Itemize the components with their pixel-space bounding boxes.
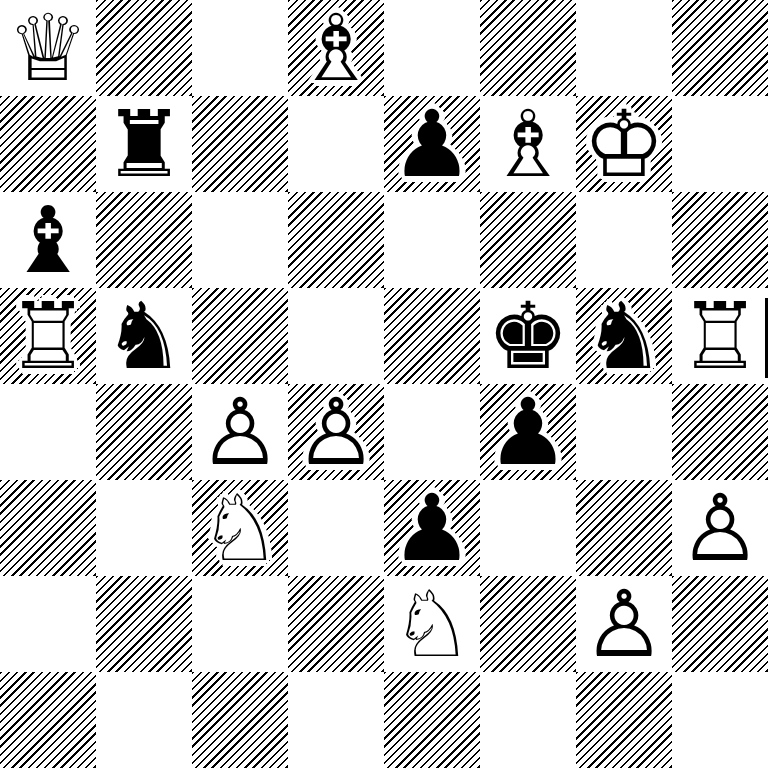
- square-f7[interactable]: ♝♗: [480, 96, 576, 192]
- square-h3[interactable]: ♟♙: [672, 480, 768, 576]
- square-c2[interactable]: [192, 576, 288, 672]
- square-c3[interactable]: ♞♘: [192, 480, 288, 576]
- square-d5[interactable]: [288, 288, 384, 384]
- square-d1[interactable]: [288, 672, 384, 768]
- piece-glyph: ♕: [0, 0, 96, 96]
- piece-white-rook: ♜♖: [672, 288, 768, 384]
- square-g2[interactable]: ♟♙: [576, 576, 672, 672]
- piece-white-pawn: ♟♙: [672, 480, 768, 576]
- square-d2[interactable]: [288, 576, 384, 672]
- piece-white-pawn: ♟♙: [192, 384, 288, 480]
- square-c5[interactable]: [192, 288, 288, 384]
- piece-glyph: ♗: [288, 0, 384, 96]
- square-g5[interactable]: ♞♞: [576, 288, 672, 384]
- square-e6[interactable]: [384, 192, 480, 288]
- square-c8[interactable]: [192, 0, 288, 96]
- square-e3[interactable]: ♟♟: [384, 480, 480, 576]
- square-d7[interactable]: [288, 96, 384, 192]
- piece-glyph: ♙: [576, 576, 672, 672]
- square-g8[interactable]: [576, 0, 672, 96]
- square-a2[interactable]: [0, 576, 96, 672]
- square-e5[interactable]: [384, 288, 480, 384]
- square-a3[interactable]: [0, 480, 96, 576]
- piece-glyph: ♟: [384, 480, 480, 576]
- piece-glyph: ♘: [384, 576, 480, 672]
- piece-black-bishop: ♝♝: [0, 192, 96, 288]
- piece-glyph: ♞: [576, 288, 672, 384]
- piece-white-bishop: ♝♗: [480, 96, 576, 192]
- piece-glyph: ♖: [0, 288, 96, 384]
- square-g6[interactable]: [576, 192, 672, 288]
- piece-glyph: ♗: [480, 96, 576, 192]
- square-d4[interactable]: ♟♙: [288, 384, 384, 480]
- square-f1[interactable]: [480, 672, 576, 768]
- square-b1[interactable]: [96, 672, 192, 768]
- piece-white-pawn: ♟♙: [576, 576, 672, 672]
- square-f3[interactable]: [480, 480, 576, 576]
- square-e4[interactable]: [384, 384, 480, 480]
- square-c6[interactable]: [192, 192, 288, 288]
- square-a5[interactable]: ♜♖: [0, 288, 96, 384]
- square-b6[interactable]: [96, 192, 192, 288]
- square-d6[interactable]: [288, 192, 384, 288]
- piece-glyph: ♞: [96, 288, 192, 384]
- piece-white-rook: ♜♖: [0, 288, 96, 384]
- piece-white-king: ♚♔: [576, 96, 672, 192]
- piece-glyph: ♙: [672, 480, 768, 576]
- square-b7[interactable]: ♜♜: [96, 96, 192, 192]
- piece-glyph: ♔: [576, 96, 672, 192]
- piece-white-pawn: ♟♙: [288, 384, 384, 480]
- piece-black-king: ♚♚: [480, 288, 576, 384]
- square-g4[interactable]: [576, 384, 672, 480]
- square-a7[interactable]: [0, 96, 96, 192]
- piece-white-bishop: ♝♗: [288, 0, 384, 96]
- square-b5[interactable]: ♞♞: [96, 288, 192, 384]
- square-g1[interactable]: [576, 672, 672, 768]
- piece-glyph: ♟: [384, 96, 480, 192]
- square-b4[interactable]: [96, 384, 192, 480]
- square-a4[interactable]: [0, 384, 96, 480]
- piece-white-knight: ♞♘: [192, 480, 288, 576]
- square-e2[interactable]: ♞♘: [384, 576, 480, 672]
- square-f8[interactable]: [480, 0, 576, 96]
- square-e8[interactable]: [384, 0, 480, 96]
- chess-board: ♛♕♝♗♜♜♟♟♝♗♚♔♝♝♜♖♞♞♚♚♞♞♜♖♟♙♟♙♟♟♞♘♟♟♟♙♞♘♟♙: [0, 0, 768, 768]
- square-f5[interactable]: ♚♚: [480, 288, 576, 384]
- square-b8[interactable]: [96, 0, 192, 96]
- piece-glyph: ♘: [192, 480, 288, 576]
- piece-glyph: ♝: [0, 192, 96, 288]
- square-h7[interactable]: [672, 96, 768, 192]
- square-f4[interactable]: ♟♟: [480, 384, 576, 480]
- square-h2[interactable]: [672, 576, 768, 672]
- piece-black-knight: ♞♞: [96, 288, 192, 384]
- square-h4[interactable]: [672, 384, 768, 480]
- piece-glyph: ♖: [672, 288, 768, 384]
- piece-black-pawn: ♟♟: [480, 384, 576, 480]
- square-h8[interactable]: [672, 0, 768, 96]
- square-d8[interactable]: ♝♗: [288, 0, 384, 96]
- square-b3[interactable]: [96, 480, 192, 576]
- piece-white-queen: ♛♕: [0, 0, 96, 96]
- square-c1[interactable]: [192, 672, 288, 768]
- square-d3[interactable]: [288, 480, 384, 576]
- square-f6[interactable]: [480, 192, 576, 288]
- piece-black-knight: ♞♞: [576, 288, 672, 384]
- piece-black-rook: ♜♜: [96, 96, 192, 192]
- piece-glyph: ♙: [288, 384, 384, 480]
- piece-glyph: ♟: [480, 384, 576, 480]
- square-e7[interactable]: ♟♟: [384, 96, 480, 192]
- piece-glyph: ♙: [192, 384, 288, 480]
- piece-glyph: ♚: [480, 288, 576, 384]
- square-a8[interactable]: ♛♕: [0, 0, 96, 96]
- square-e1[interactable]: [384, 672, 480, 768]
- piece-black-pawn: ♟♟: [384, 96, 480, 192]
- square-b2[interactable]: [96, 576, 192, 672]
- square-h6[interactable]: [672, 192, 768, 288]
- square-h5[interactable]: ♜♖: [672, 288, 768, 384]
- square-g7[interactable]: ♚♔: [576, 96, 672, 192]
- piece-white-knight: ♞♘: [384, 576, 480, 672]
- square-c4[interactable]: ♟♙: [192, 384, 288, 480]
- square-a1[interactable]: [0, 672, 96, 768]
- square-f2[interactable]: [480, 576, 576, 672]
- square-a6[interactable]: ♝♝: [0, 192, 96, 288]
- square-g3[interactable]: [576, 480, 672, 576]
- square-h1[interactable]: [672, 672, 768, 768]
- piece-black-pawn: ♟♟: [384, 480, 480, 576]
- square-c7[interactable]: [192, 96, 288, 192]
- piece-glyph: ♜: [96, 96, 192, 192]
